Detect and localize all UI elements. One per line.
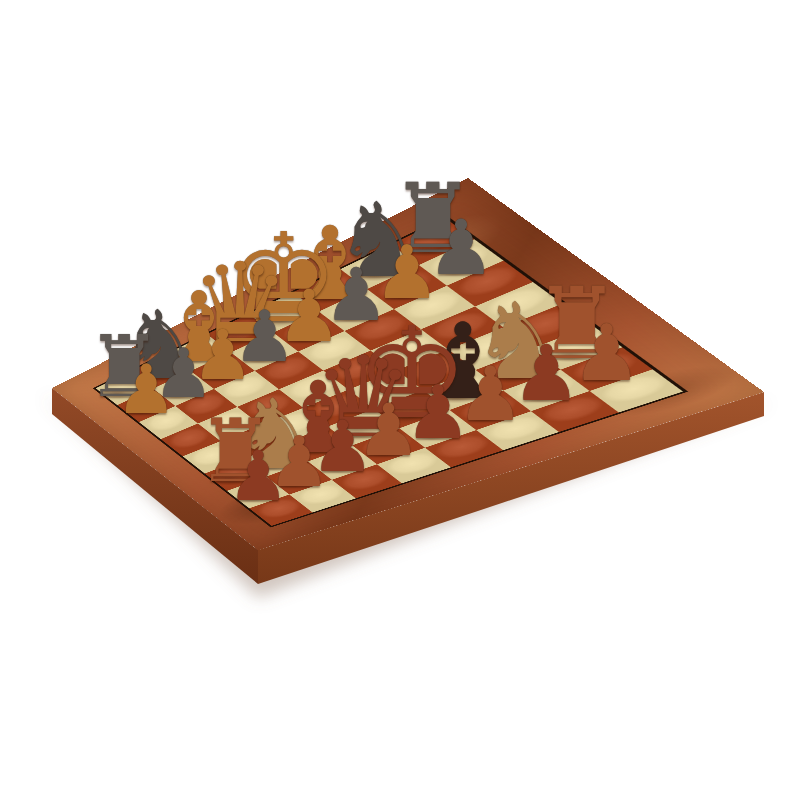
- product-photo: ♜♞♝♛♚♝♞♜♟♟♟♟♟♟♟♟♜♞♝♛♚♝♞♜♟♟♟♟♟♟♟♟: [0, 0, 800, 800]
